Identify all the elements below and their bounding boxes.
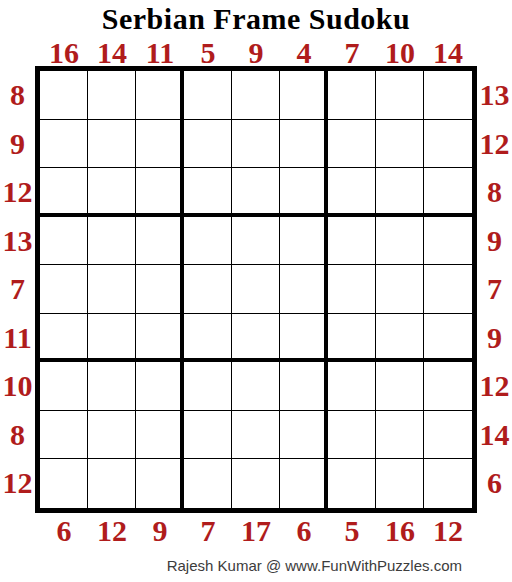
cell-r3c4[interactable]: [184, 168, 232, 217]
cell-r9c9[interactable]: [424, 459, 472, 508]
right-clue-r5: 7: [477, 265, 512, 314]
cell-r7c2[interactable]: [88, 362, 136, 411]
top-clue-c9: 14: [424, 39, 472, 66]
right-clue-r9: 6: [477, 459, 512, 508]
cell-r8c5[interactable]: [232, 411, 280, 460]
cell-r9c4[interactable]: [184, 459, 232, 508]
bottom-clue-c6: 6: [280, 517, 328, 544]
top-clue-c6: 4: [280, 39, 328, 66]
left-clue-r8: 8: [0, 411, 35, 460]
cell-r2c2[interactable]: [88, 120, 136, 169]
left-clue-r1: 8: [0, 71, 35, 120]
cell-r3c1[interactable]: [40, 168, 88, 217]
bottom-clue-c7: 5: [328, 517, 376, 544]
credit-text: Rajesh Kumar @ www.FunWithPuzzles.com: [0, 557, 512, 574]
cell-r8c3[interactable]: [136, 411, 184, 460]
right-clue-r3: 8: [477, 168, 512, 217]
cell-r9c3[interactable]: [136, 459, 184, 508]
cell-r5c1[interactable]: [40, 265, 88, 314]
cell-r2c6[interactable]: [280, 120, 328, 169]
left-clues-column: 8 9 12 13 7 11 10 8 12: [0, 66, 35, 513]
cell-r8c2[interactable]: [88, 411, 136, 460]
cell-r6c1[interactable]: [40, 314, 88, 363]
cell-r1c4[interactable]: [184, 71, 232, 120]
cell-r8c8[interactable]: [376, 411, 424, 460]
cell-r9c6[interactable]: [280, 459, 328, 508]
puzzle-title: Serbian Frame Sudoku: [0, 0, 512, 36]
left-clue-r5: 7: [0, 265, 35, 314]
right-clue-r8: 14: [477, 411, 512, 460]
cell-r7c4[interactable]: [184, 362, 232, 411]
cell-r3c2[interactable]: [88, 168, 136, 217]
cell-r8c9[interactable]: [424, 411, 472, 460]
cell-r6c9[interactable]: [424, 314, 472, 363]
left-clue-r3: 12: [0, 168, 35, 217]
cell-r9c8[interactable]: [376, 459, 424, 508]
cell-r5c6[interactable]: [280, 265, 328, 314]
cell-r1c9[interactable]: [424, 71, 472, 120]
cell-r5c4[interactable]: [184, 265, 232, 314]
cell-r3c8[interactable]: [376, 168, 424, 217]
cell-r4c7[interactable]: [328, 217, 376, 266]
top-clue-c5: 9: [232, 39, 280, 66]
cell-r7c1[interactable]: [40, 362, 88, 411]
left-clue-r6: 11: [0, 314, 35, 363]
bottom-clue-c1: 6: [40, 517, 88, 544]
cell-r1c5[interactable]: [232, 71, 280, 120]
cell-r1c7[interactable]: [328, 71, 376, 120]
cell-r8c1[interactable]: [40, 411, 88, 460]
top-clue-c2: 14: [88, 39, 136, 66]
cell-r1c8[interactable]: [376, 71, 424, 120]
cell-r4c9[interactable]: [424, 217, 472, 266]
cell-r1c3[interactable]: [136, 71, 184, 120]
top-clue-c4: 5: [184, 39, 232, 66]
cell-r9c5[interactable]: [232, 459, 280, 508]
cell-r6c5[interactable]: [232, 314, 280, 363]
top-clues-row: 16 14 11 5 9 4 7 10 14: [0, 36, 512, 66]
cell-r9c1[interactable]: [40, 459, 88, 508]
bottom-clue-c4: 7: [184, 517, 232, 544]
top-clue-c7: 7: [328, 39, 376, 66]
cell-r7c6[interactable]: [280, 362, 328, 411]
cell-r4c5[interactable]: [232, 217, 280, 266]
cell-r5c8[interactable]: [376, 265, 424, 314]
cell-r2c5[interactable]: [232, 120, 280, 169]
cell-r3c7[interactable]: [328, 168, 376, 217]
cell-r6c2[interactable]: [88, 314, 136, 363]
cell-r6c8[interactable]: [376, 314, 424, 363]
right-clue-r6: 9: [477, 314, 512, 363]
cell-r5c5[interactable]: [232, 265, 280, 314]
cell-r2c9[interactable]: [424, 120, 472, 169]
board-band: 8 9 12 13 7 11 10 8 12 13 12 8 9 7 9 12 …: [0, 66, 512, 513]
cell-r2c7[interactable]: [328, 120, 376, 169]
left-clue-r7: 10: [0, 362, 35, 411]
cell-r7c3[interactable]: [136, 362, 184, 411]
cell-r7c9[interactable]: [424, 362, 472, 411]
cell-r8c6[interactable]: [280, 411, 328, 460]
cell-r4c3[interactable]: [136, 217, 184, 266]
cell-r8c4[interactable]: [184, 411, 232, 460]
cell-r9c7[interactable]: [328, 459, 376, 508]
cell-r3c5[interactable]: [232, 168, 280, 217]
cell-r6c3[interactable]: [136, 314, 184, 363]
right-clues-column: 13 12 8 9 7 9 12 14 6: [477, 66, 512, 513]
sudoku-board: [35, 66, 477, 513]
cell-r2c1[interactable]: [40, 120, 88, 169]
cell-r5c7[interactable]: [328, 265, 376, 314]
bottom-clue-c2: 12: [88, 517, 136, 544]
cell-r4c8[interactable]: [376, 217, 424, 266]
cell-r2c8[interactable]: [376, 120, 424, 169]
left-clue-r2: 9: [0, 120, 35, 169]
right-clue-r2: 12: [477, 120, 512, 169]
cell-r6c4[interactable]: [184, 314, 232, 363]
top-clue-c3: 11: [136, 39, 184, 66]
cell-r9c2[interactable]: [88, 459, 136, 508]
cell-r5c9[interactable]: [424, 265, 472, 314]
cell-r1c1[interactable]: [40, 71, 88, 120]
cell-r4c2[interactable]: [88, 217, 136, 266]
bottom-clue-c9: 12: [424, 517, 472, 544]
right-clue-r7: 12: [477, 362, 512, 411]
cell-r7c5[interactable]: [232, 362, 280, 411]
cell-r2c3[interactable]: [136, 120, 184, 169]
cell-r1c6[interactable]: [280, 71, 328, 120]
top-clue-c1: 16: [40, 39, 88, 66]
cell-r6c6[interactable]: [280, 314, 328, 363]
cell-r8c7[interactable]: [328, 411, 376, 460]
cell-r7c8[interactable]: [376, 362, 424, 411]
cell-r7c7[interactable]: [328, 362, 376, 411]
cell-r3c3[interactable]: [136, 168, 184, 217]
cell-r3c9[interactable]: [424, 168, 472, 217]
cell-r1c2[interactable]: [88, 71, 136, 120]
right-clue-r1: 13: [477, 71, 512, 120]
bottom-clue-c8: 16: [376, 517, 424, 544]
cell-r4c4[interactable]: [184, 217, 232, 266]
bottom-clue-c5: 17: [232, 517, 280, 544]
cell-r3c6[interactable]: [280, 168, 328, 217]
right-clue-r4: 9: [477, 217, 512, 266]
cell-r5c3[interactable]: [136, 265, 184, 314]
cell-r6c7[interactable]: [328, 314, 376, 363]
left-clue-r4: 13: [0, 217, 35, 266]
cell-r5c2[interactable]: [88, 265, 136, 314]
top-clue-c8: 10: [376, 39, 424, 66]
frame-sudoku-puzzle: Serbian Frame Sudoku 16 14 11 5 9 4 7 10…: [0, 0, 512, 574]
bottom-clues-row: 6 12 9 7 17 6 5 16 12: [0, 513, 512, 549]
cell-r4c6[interactable]: [280, 217, 328, 266]
bottom-clue-c3: 9: [136, 517, 184, 544]
left-clue-r9: 12: [0, 459, 35, 508]
cell-r2c4[interactable]: [184, 120, 232, 169]
cell-r4c1[interactable]: [40, 217, 88, 266]
